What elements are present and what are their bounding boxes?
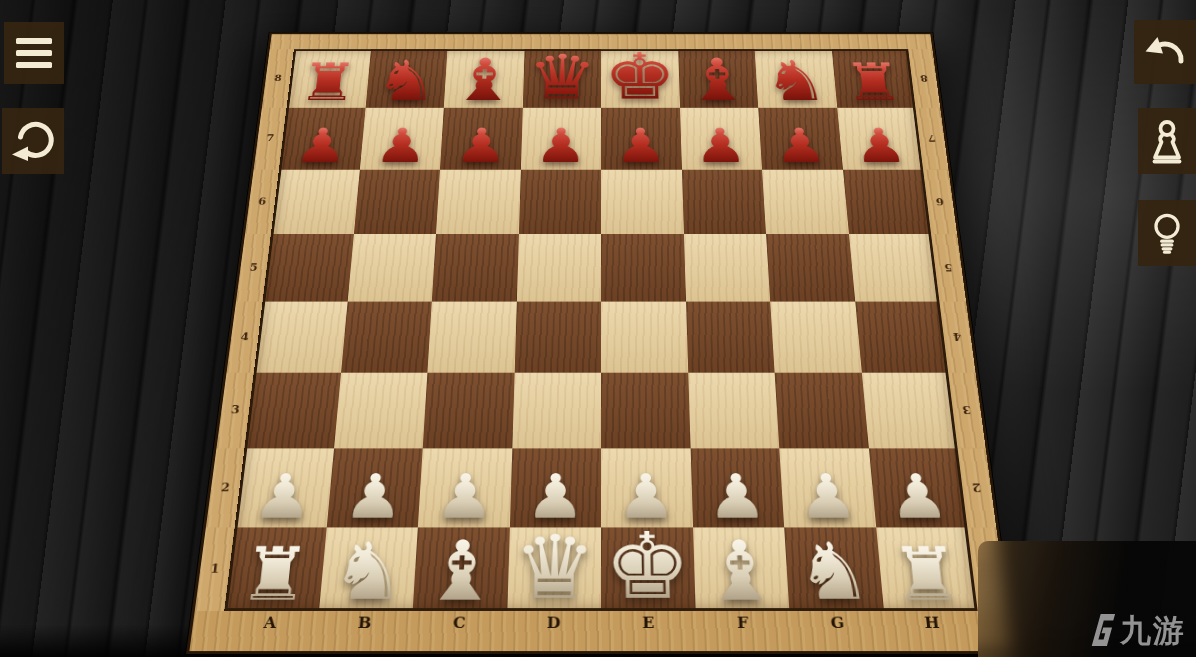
square-d6[interactable] (518, 169, 601, 233)
square-d1[interactable]: ♛ (507, 527, 601, 611)
piece-white-queen-d1[interactable]: ♛ (512, 526, 597, 610)
square-g8[interactable]: ♞ (755, 49, 837, 108)
piece-white-pawn-a2[interactable]: ♟ (250, 468, 316, 526)
piece-red-queen-d8[interactable]: ♛ (526, 49, 597, 108)
square-d3[interactable] (512, 373, 601, 448)
piece-red-pawn-d7[interactable]: ♟ (534, 124, 587, 169)
square-a2[interactable]: ♟ (235, 448, 334, 527)
square-e6[interactable] (601, 169, 684, 233)
jiuyou-g-logo-icon (1089, 611, 1117, 649)
square-e8[interactable]: ♚ (601, 49, 680, 108)
restart-button[interactable] (2, 108, 64, 174)
app-screen: 8877665544332211ABCDEFGH♜♞♝♛♚♝♞♜♟♟♟♟♟♟♟♟… (0, 0, 1196, 657)
square-g2[interactable]: ♟ (779, 448, 875, 527)
piece-white-knight-b1[interactable]: ♞ (328, 535, 409, 610)
square-b7[interactable]: ♟ (359, 108, 443, 169)
piece-white-rook-a1[interactable]: ♜ (236, 540, 313, 610)
square-c2[interactable]: ♟ (418, 448, 512, 527)
square-a8[interactable]: ♜ (287, 49, 371, 108)
square-f1[interactable]: ♝ (693, 527, 790, 611)
piece-red-pawn-h7[interactable]: ♟ (852, 124, 909, 169)
square-f5[interactable] (684, 234, 771, 302)
square-f8[interactable]: ♝ (678, 49, 758, 108)
square-e3[interactable] (601, 373, 690, 448)
piece-red-bishop-f8[interactable]: ♝ (684, 52, 752, 107)
piece-red-pawn-g7[interactable]: ♟ (773, 124, 829, 169)
piece-white-king-e1[interactable]: ♚ (604, 523, 692, 610)
piece-white-pawn-c2[interactable]: ♟ (434, 468, 496, 526)
square-b8[interactable]: ♞ (365, 49, 447, 108)
square-h1[interactable]: ♜ (876, 527, 978, 611)
square-c5[interactable] (432, 234, 519, 302)
piece-red-pawn-f7[interactable]: ♟ (694, 124, 749, 169)
menu-button[interactable] (4, 22, 64, 84)
square-d4[interactable] (514, 302, 601, 373)
square-h5[interactable] (849, 234, 940, 302)
square-d5[interactable] (516, 234, 601, 302)
lightbulb-icon (1144, 208, 1190, 258)
square-b5[interactable] (347, 234, 436, 302)
pawn-outline-icon (1143, 116, 1191, 166)
watermark-overlay: 九游 (978, 541, 1196, 657)
piece-red-pawn-a7[interactable]: ♟ (293, 124, 350, 169)
square-b6[interactable] (353, 169, 439, 233)
square-a6[interactable] (271, 169, 359, 233)
square-h3[interactable] (861, 373, 957, 448)
undo-arrow-icon (1141, 28, 1189, 76)
piece-red-rook-a8[interactable]: ♜ (296, 58, 360, 107)
square-h4[interactable] (855, 302, 948, 373)
square-b2[interactable]: ♟ (326, 448, 422, 527)
piece-red-pawn-b7[interactable]: ♟ (373, 124, 429, 169)
piece-red-bishop-c8[interactable]: ♝ (450, 52, 518, 107)
piece-red-pawn-e7[interactable]: ♟ (615, 124, 668, 169)
square-f7[interactable]: ♟ (680, 108, 762, 169)
square-e4[interactable] (601, 302, 688, 373)
watermark-text: 九游 (1120, 615, 1186, 646)
piece-white-rook-h1[interactable]: ♜ (888, 540, 965, 610)
square-a3[interactable] (244, 373, 340, 448)
piece-white-bishop-f1[interactable]: ♝ (700, 531, 782, 610)
piece-white-knight-g1[interactable]: ♞ (793, 535, 874, 610)
piece-red-pawn-c7[interactable]: ♟ (454, 124, 509, 169)
square-f3[interactable] (688, 373, 779, 448)
piece-white-pawn-h2[interactable]: ♟ (886, 468, 952, 526)
square-d2[interactable]: ♟ (509, 448, 601, 527)
square-h6[interactable] (843, 169, 931, 233)
piece-red-rook-h8[interactable]: ♜ (842, 58, 906, 107)
piece-red-knight-b8[interactable]: ♞ (373, 55, 440, 108)
square-g3[interactable] (775, 373, 869, 448)
piece-red-knight-g8[interactable]: ♞ (762, 55, 829, 108)
square-a7[interactable]: ♟ (279, 108, 365, 169)
piece-white-pawn-f2[interactable]: ♟ (706, 468, 768, 526)
square-a4[interactable] (254, 302, 347, 373)
square-c6[interactable] (436, 169, 521, 233)
square-e7[interactable]: ♟ (601, 108, 682, 169)
board-frame-top (270, 34, 933, 49)
hamburger-menu-icon (12, 33, 56, 73)
square-c7[interactable]: ♟ (440, 108, 522, 169)
square-f6[interactable] (682, 169, 767, 233)
board-anchor: 8877665544332211ABCDEFGH♜♞♝♛♚♝♞♜♟♟♟♟♟♟♟♟… (186, 0, 1010, 648)
undo-button[interactable] (1134, 20, 1196, 84)
player-button[interactable] (1138, 108, 1196, 174)
piece-white-pawn-b2[interactable]: ♟ (342, 468, 406, 526)
square-g1[interactable]: ♞ (784, 527, 883, 611)
square-g5[interactable] (766, 234, 855, 302)
square-f2[interactable]: ♟ (690, 448, 784, 527)
square-h8[interactable]: ♜ (831, 49, 915, 108)
piece-white-pawn-g2[interactable]: ♟ (796, 468, 860, 526)
square-c1[interactable]: ♝ (413, 527, 510, 611)
square-a5[interactable] (263, 234, 354, 302)
square-e5[interactable] (601, 234, 686, 302)
chess-board: 8877665544332211ABCDEFGH♜♞♝♛♚♝♞♜♟♟♟♟♟♟♟♟… (186, 32, 1016, 654)
square-c8[interactable]: ♝ (444, 49, 524, 108)
square-c3[interactable] (423, 373, 514, 448)
square-b1[interactable]: ♞ (318, 527, 417, 611)
square-c4[interactable] (427, 302, 516, 373)
square-d8[interactable]: ♛ (522, 49, 601, 108)
square-h7[interactable]: ♟ (837, 108, 923, 169)
hint-button[interactable] (1138, 200, 1196, 266)
piece-red-king-e8[interactable]: ♚ (603, 46, 677, 107)
square-h2[interactable]: ♟ (868, 448, 967, 527)
restart-circular-arrow-icon (9, 117, 57, 165)
square-a1[interactable]: ♜ (224, 527, 326, 611)
square-d7[interactable]: ♟ (520, 108, 601, 169)
piece-white-bishop-c1[interactable]: ♝ (420, 531, 502, 610)
square-g6[interactable] (762, 169, 848, 233)
square-f4[interactable] (686, 302, 775, 373)
square-b3[interactable] (334, 373, 428, 448)
watermark-logo: 九游 (1091, 611, 1186, 649)
square-e1[interactable]: ♚ (601, 527, 695, 611)
square-g4[interactable] (770, 302, 861, 373)
square-g7[interactable]: ♟ (758, 108, 842, 169)
square-b4[interactable] (341, 302, 432, 373)
